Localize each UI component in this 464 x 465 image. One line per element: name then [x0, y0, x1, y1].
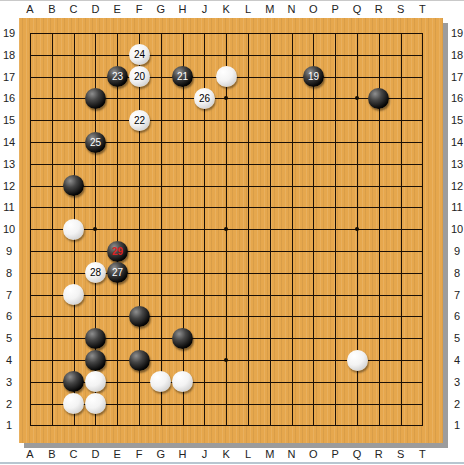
row-label-13: 13 — [448, 157, 464, 171]
stone-black-D4[interactable] — [85, 350, 106, 371]
col-label-O: O — [303, 3, 323, 16]
grid-line-vertical — [422, 33, 423, 426]
col-label-S: S — [391, 3, 411, 16]
stone-black-F4[interactable] — [129, 350, 150, 371]
col-label-F: F — [129, 3, 149, 16]
col-label-C: C — [64, 448, 84, 461]
move-number-24: 24 — [134, 44, 145, 65]
stone-white-F18[interactable]: 24 — [129, 44, 150, 65]
col-label-R: R — [369, 3, 389, 16]
row-label-18: 18 — [0, 48, 18, 62]
move-number-19: 19 — [308, 66, 319, 87]
col-label-G: G — [151, 3, 171, 16]
row-label-18: 18 — [448, 48, 464, 62]
row-label-11: 11 — [0, 200, 18, 214]
grid-line-horizontal — [30, 425, 423, 426]
grid-line-vertical — [248, 33, 249, 426]
row-label-4: 4 — [448, 353, 464, 367]
row-label-2: 2 — [448, 397, 464, 411]
col-label-K: K — [216, 3, 236, 16]
row-label-12: 12 — [0, 179, 18, 193]
col-label-H: H — [173, 448, 193, 461]
col-label-M: M — [260, 448, 280, 461]
row-label-13: 13 — [0, 157, 18, 171]
row-label-17: 17 — [0, 70, 18, 84]
row-label-5: 5 — [0, 331, 18, 345]
stone-black-R16[interactable] — [368, 88, 389, 109]
col-label-T: T — [412, 448, 432, 461]
row-label-19: 19 — [0, 26, 18, 40]
row-label-10: 10 — [448, 222, 464, 236]
col-label-Q: Q — [347, 448, 367, 461]
row-label-9: 9 — [448, 244, 464, 258]
col-label-A: A — [20, 448, 40, 461]
col-label-D: D — [85, 3, 105, 16]
col-label-R: R — [369, 448, 389, 461]
move-number-28: 28 — [90, 262, 101, 283]
col-label-F: F — [129, 448, 149, 461]
stone-white-C10[interactable] — [63, 219, 84, 240]
row-label-1: 1 — [0, 418, 18, 432]
row-label-12: 12 — [448, 179, 464, 193]
stone-black-H5[interactable] — [172, 328, 193, 349]
row-label-7: 7 — [448, 288, 464, 302]
row-label-15: 15 — [448, 113, 464, 127]
row-label-14: 14 — [0, 135, 18, 149]
stone-white-C2[interactable] — [63, 393, 84, 414]
move-number-23: 23 — [112, 66, 123, 87]
col-label-P: P — [325, 448, 345, 461]
row-label-1: 1 — [448, 418, 464, 432]
row-label-15: 15 — [0, 113, 18, 127]
stone-white-J16[interactable]: 26 — [194, 88, 215, 109]
stone-black-D16[interactable] — [85, 88, 106, 109]
row-label-3: 3 — [448, 375, 464, 389]
col-label-B: B — [42, 3, 62, 16]
grid-line-vertical — [401, 33, 402, 426]
col-label-H: H — [173, 3, 193, 16]
move-number-21: 21 — [177, 66, 188, 87]
move-number-29: 29 — [112, 241, 123, 262]
row-label-6: 6 — [0, 309, 18, 323]
grid-line-vertical — [292, 33, 293, 426]
col-label-E: E — [107, 3, 127, 16]
row-label-4: 4 — [0, 353, 18, 367]
col-label-S: S — [391, 448, 411, 461]
stone-black-D14[interactable]: 25 — [85, 132, 106, 153]
row-label-2: 2 — [0, 397, 18, 411]
stone-white-G3[interactable] — [150, 371, 171, 392]
row-label-16: 16 — [448, 91, 464, 105]
move-number-22: 22 — [134, 110, 145, 131]
stone-white-F17[interactable]: 20 — [129, 66, 150, 87]
grid-line-vertical — [313, 33, 314, 426]
row-label-17: 17 — [448, 70, 464, 84]
row-label-7: 7 — [0, 288, 18, 302]
col-label-J: J — [194, 3, 214, 16]
stone-white-D3[interactable] — [85, 371, 106, 392]
stone-white-C7[interactable] — [63, 284, 84, 305]
star-point-K16 — [224, 96, 228, 100]
row-label-19: 19 — [448, 26, 464, 40]
stone-black-H17[interactable]: 21 — [172, 66, 193, 87]
move-number-25: 25 — [90, 132, 101, 153]
col-label-Q: Q — [347, 3, 367, 16]
bottom-rule-line — [0, 462, 464, 464]
stone-black-E8[interactable]: 27 — [107, 262, 128, 283]
star-point-D10 — [93, 227, 97, 231]
stone-white-D8[interactable]: 28 — [85, 262, 106, 283]
star-point-Q16 — [355, 96, 359, 100]
stone-white-Q4[interactable] — [347, 350, 368, 371]
grid-line-horizontal — [30, 316, 423, 317]
stone-black-C3[interactable] — [63, 371, 84, 392]
col-label-L: L — [238, 3, 258, 16]
stone-black-F6[interactable] — [129, 306, 150, 327]
stone-black-D5[interactable] — [85, 328, 106, 349]
top-rule-line — [0, 0, 464, 1]
row-label-10: 10 — [0, 222, 18, 236]
col-label-T: T — [412, 3, 432, 16]
col-label-N: N — [282, 3, 302, 16]
col-label-D: D — [85, 448, 105, 461]
col-label-L: L — [238, 448, 258, 461]
row-label-11: 11 — [448, 200, 464, 214]
star-point-K4 — [224, 358, 228, 362]
move-number-26: 26 — [199, 88, 210, 109]
row-label-8: 8 — [0, 266, 18, 280]
grid-line-vertical — [335, 33, 336, 426]
stone-black-E9[interactable]: 29 — [107, 241, 128, 262]
stone-white-D2[interactable] — [85, 393, 106, 414]
grid-line-horizontal — [30, 251, 423, 252]
col-label-M: M — [260, 3, 280, 16]
go-board[interactable]: 1921232529272420262228 — [19, 18, 443, 443]
col-label-E: E — [107, 448, 127, 461]
go-diagram-panel: ABCDEFGHJKLMNOPQRST ABCDEFGHJKLMNOPQRST … — [0, 0, 464, 465]
col-label-O: O — [303, 448, 323, 461]
col-label-A: A — [20, 3, 40, 16]
grid-line-vertical — [270, 33, 271, 426]
col-label-N: N — [282, 448, 302, 461]
col-label-J: J — [194, 448, 214, 461]
move-number-27: 27 — [112, 262, 123, 283]
stone-black-E17[interactable]: 23 — [107, 66, 128, 87]
stone-black-O17[interactable]: 19 — [303, 66, 324, 87]
star-point-Q10 — [355, 227, 359, 231]
stone-white-F15[interactable]: 22 — [129, 110, 150, 131]
row-label-14: 14 — [448, 135, 464, 149]
stone-white-H3[interactable] — [172, 371, 193, 392]
col-label-G: G — [151, 448, 171, 461]
move-number-20: 20 — [134, 66, 145, 87]
col-label-K: K — [216, 448, 236, 461]
row-label-16: 16 — [0, 91, 18, 105]
row-label-5: 5 — [448, 331, 464, 345]
row-label-3: 3 — [0, 375, 18, 389]
row-label-8: 8 — [448, 266, 464, 280]
grid-line-horizontal — [30, 295, 423, 296]
stone-white-K17[interactable] — [216, 66, 237, 87]
star-point-K10 — [224, 227, 228, 231]
col-label-C: C — [64, 3, 84, 16]
stone-black-C12[interactable] — [63, 175, 84, 196]
row-label-9: 9 — [0, 244, 18, 258]
row-label-6: 6 — [448, 309, 464, 323]
col-label-B: B — [42, 448, 62, 461]
col-label-P: P — [325, 3, 345, 16]
